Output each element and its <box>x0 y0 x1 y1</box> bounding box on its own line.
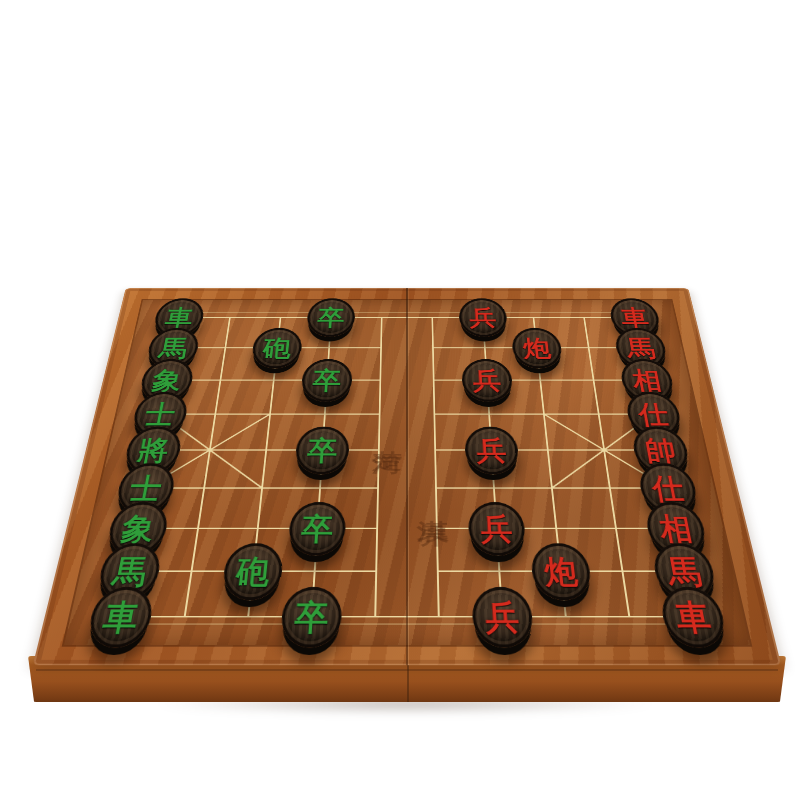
board-perspective-wrapper: 楚河 漢界 車馬象士將士象馬車砲砲卒卒卒卒卒兵兵兵兵兵炮炮車馬相仕帥仕相馬車 <box>33 288 781 665</box>
piece-glyph: 車 <box>673 600 713 634</box>
piece-glyph: 車 <box>619 306 650 328</box>
piece-glyph: 砲 <box>262 336 292 359</box>
cell-c6-r4: 兵 <box>463 432 522 469</box>
cell-c3-r0: 卒 <box>305 303 358 333</box>
piece-glyph: 馬 <box>665 555 704 587</box>
piece-glyph: 兵 <box>469 306 497 328</box>
cell-c6-r8: 兵 <box>470 594 537 641</box>
product-photo-scene: 楚河 漢界 車馬象士將士象馬車砲砲卒卒卒卒卒兵兵兵兵兵炮炮車馬相仕帥仕相馬車 <box>0 0 800 800</box>
piece-glyph: 兵 <box>480 513 514 543</box>
piece-glyph: 士 <box>128 474 164 503</box>
piece-red-soldier[interactable]: 兵 <box>467 502 526 556</box>
cell-c9-r8: 車 <box>657 594 730 641</box>
piece-glyph: 卒 <box>300 513 334 543</box>
piece-green-soldier[interactable]: 卒 <box>279 587 343 648</box>
piece-glyph: 馬 <box>157 336 189 359</box>
piece-red-cannon[interactable]: 炮 <box>511 328 564 369</box>
fold-seam <box>406 288 408 665</box>
piece-red-chariot[interactable]: 車 <box>658 587 729 648</box>
piece-glyph: 馬 <box>625 336 657 359</box>
cell-c3-r8: 卒 <box>278 594 345 641</box>
cell-c7-r1: 炮 <box>509 332 564 363</box>
piece-glyph: 相 <box>657 513 695 543</box>
piece-green-chariot[interactable]: 車 <box>85 587 156 648</box>
piece-glyph: 兵 <box>476 437 508 464</box>
piece-glyph: 兵 <box>484 600 520 634</box>
cell-c3-r4: 卒 <box>293 432 352 469</box>
piece-glyph: 將 <box>136 437 171 464</box>
piece-glyph: 仕 <box>637 401 671 427</box>
piece-glyph: 卒 <box>307 437 339 464</box>
piece-green-soldier[interactable]: 卒 <box>306 298 356 337</box>
piece-green-cannon[interactable]: 砲 <box>221 543 285 600</box>
piece-glyph: 象 <box>119 513 157 543</box>
piece-glyph: 象 <box>150 368 183 392</box>
piece-glyph: 車 <box>101 600 141 634</box>
piece-glyph: 卒 <box>317 306 345 328</box>
piece-glyph: 卒 <box>312 368 342 392</box>
piece-glyph: 相 <box>630 368 663 392</box>
piece-glyph: 卒 <box>294 600 330 634</box>
piece-red-soldier[interactable]: 兵 <box>461 359 514 402</box>
cell-c2-r1: 砲 <box>249 332 304 363</box>
piece-green-cannon[interactable]: 砲 <box>250 328 303 369</box>
cell-c0-r8: 車 <box>84 594 157 641</box>
cell-c6-r0: 兵 <box>457 303 510 333</box>
piece-glyph: 帥 <box>643 437 678 464</box>
piece-glyph: 炮 <box>522 336 552 359</box>
cell-c7-r7: 炮 <box>528 549 594 593</box>
piece-glyph: 炮 <box>543 555 579 587</box>
xiangqi-board[interactable]: 楚河 漢界 車馬象士將士象馬車砲砲卒卒卒卒卒兵兵兵兵兵炮炮車馬相仕帥仕相馬車 <box>33 288 781 665</box>
piece-glyph: 士 <box>143 401 177 427</box>
piece-glyph: 馬 <box>110 555 149 587</box>
piece-red-soldier[interactable]: 兵 <box>458 298 508 337</box>
piece-glyph: 仕 <box>650 474 686 503</box>
piece-glyph: 砲 <box>235 555 271 587</box>
piece-glyph: 車 <box>164 306 195 328</box>
piece-red-soldier[interactable]: 兵 <box>471 587 535 648</box>
piece-glyph: 兵 <box>472 368 502 392</box>
cell-c6-r2: 兵 <box>460 364 515 397</box>
piece-red-soldier[interactable]: 兵 <box>464 427 520 475</box>
piece-red-cannon[interactable]: 炮 <box>530 543 594 600</box>
piece-green-soldier[interactable]: 卒 <box>300 359 353 402</box>
cell-c3-r2: 卒 <box>299 364 354 397</box>
cell-c3-r6: 卒 <box>286 508 348 550</box>
piece-green-soldier[interactable]: 卒 <box>294 427 350 475</box>
piece-green-soldier[interactable]: 卒 <box>287 502 346 556</box>
cell-c6-r6: 兵 <box>466 508 528 550</box>
cell-c2-r7: 砲 <box>219 549 285 593</box>
